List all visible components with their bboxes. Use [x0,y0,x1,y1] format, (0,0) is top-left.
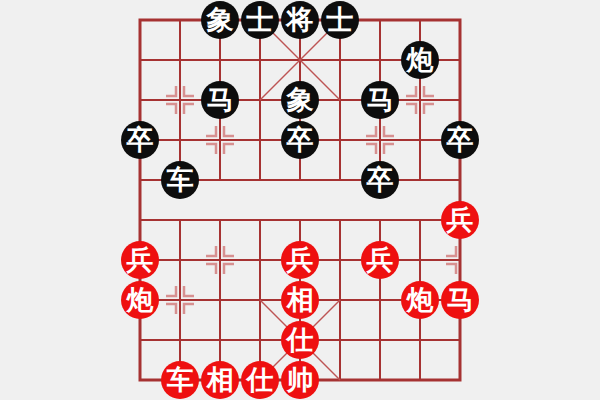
black-advisor[interactable]: 士 [241,1,279,39]
point-r1-c3[interactable] [240,40,280,80]
point-r8-c4[interactable]: 仕 [280,320,320,360]
black-elephant[interactable]: 象 [281,81,319,119]
black-advisor[interactable]: 士 [321,1,359,39]
black-soldier[interactable]: 卒 [121,121,159,159]
point-r2-c4[interactable]: 象 [280,80,320,120]
point-r1-c1[interactable] [160,40,200,80]
black-horse[interactable]: 马 [201,81,239,119]
point-r9-c1[interactable]: 车 [160,360,200,400]
point-r6-c4[interactable]: 兵 [280,240,320,280]
point-r4-c2[interactable] [200,160,240,200]
point-r0-c5[interactable]: 士 [320,0,360,40]
point-r7-c6[interactable] [360,280,400,320]
point-r5-c6[interactable] [360,200,400,240]
point-r3-c0[interactable]: 卒 [120,120,160,160]
point-r9-c4[interactable]: 帅 [280,360,320,400]
red-soldier[interactable]: 兵 [281,241,319,279]
point-r8-c6[interactable] [360,320,400,360]
black-soldier[interactable]: 卒 [281,121,319,159]
point-r5-c4[interactable] [280,200,320,240]
red-advisor[interactable]: 仕 [281,321,319,359]
point-r6-c5[interactable] [320,240,360,280]
point-r4-c8[interactable] [440,160,480,200]
point-r7-c2[interactable] [200,280,240,320]
point-r6-c0[interactable]: 兵 [120,240,160,280]
black-chariot[interactable]: 车 [161,161,199,199]
red-horse[interactable]: 马 [441,281,479,319]
black-soldier[interactable]: 卒 [361,161,399,199]
point-r5-c1[interactable] [160,200,200,240]
black-soldier[interactable]: 卒 [441,121,479,159]
point-r3-c5[interactable] [320,120,360,160]
point-r8-c8[interactable] [440,320,480,360]
point-r3-c3[interactable] [240,120,280,160]
black-horse[interactable]: 马 [361,81,399,119]
point-r7-c3[interactable] [240,280,280,320]
point-r3-c2[interactable] [200,120,240,160]
red-cannon[interactable]: 炮 [121,281,159,319]
point-r4-c4[interactable] [280,160,320,200]
point-r1-c0[interactable] [120,40,160,80]
point-r4-c7[interactable] [400,160,440,200]
black-elephant[interactable]: 象 [201,1,239,39]
point-r9-c7[interactable] [400,360,440,400]
point-r2-c5[interactable] [320,80,360,120]
black-general[interactable]: 将 [281,1,319,39]
red-cannon[interactable]: 炮 [401,281,439,319]
point-r8-c1[interactable] [160,320,200,360]
point-r7-c4[interactable]: 相 [280,280,320,320]
point-r3-c1[interactable] [160,120,200,160]
point-r5-c8[interactable]: 兵 [440,200,480,240]
point-r8-c3[interactable] [240,320,280,360]
point-r4-c1[interactable]: 车 [160,160,200,200]
red-soldier[interactable]: 兵 [441,201,479,239]
point-r0-c6[interactable] [360,0,400,40]
point-r0-c7[interactable] [400,0,440,40]
point-r9-c2[interactable]: 相 [200,360,240,400]
point-r4-c5[interactable] [320,160,360,200]
point-r1-c8[interactable] [440,40,480,80]
point-r7-c8[interactable]: 马 [440,280,480,320]
point-r1-c5[interactable] [320,40,360,80]
point-r7-c0[interactable]: 炮 [120,280,160,320]
xiangqi-board-grid: 象士将士炮马象马卒卒卒车卒兵兵兵兵炮相炮马仕车相仕帅 [120,0,480,400]
point-r3-c4[interactable]: 卒 [280,120,320,160]
point-r1-c4[interactable] [280,40,320,80]
point-r2-c8[interactable] [440,80,480,120]
point-r2-c0[interactable] [120,80,160,120]
point-r5-c7[interactable] [400,200,440,240]
point-r3-c8[interactable]: 卒 [440,120,480,160]
point-r8-c5[interactable] [320,320,360,360]
red-elephant[interactable]: 相 [201,361,239,399]
point-r5-c3[interactable] [240,200,280,240]
point-r4-c6[interactable]: 卒 [360,160,400,200]
point-r2-c6[interactable]: 马 [360,80,400,120]
red-elephant[interactable]: 相 [281,281,319,319]
point-r5-c0[interactable] [120,200,160,240]
point-r6-c7[interactable] [400,240,440,280]
point-r9-c0[interactable] [120,360,160,400]
red-soldier[interactable]: 兵 [121,241,159,279]
point-r6-c2[interactable] [200,240,240,280]
point-r8-c0[interactable] [120,320,160,360]
point-r6-c1[interactable] [160,240,200,280]
point-r4-c3[interactable] [240,160,280,200]
black-cannon[interactable]: 炮 [401,41,439,79]
point-r9-c6[interactable] [360,360,400,400]
red-chariot[interactable]: 车 [161,361,199,399]
point-r0-c4[interactable]: 将 [280,0,320,40]
point-r0-c8[interactable] [440,0,480,40]
point-r6-c3[interactable] [240,240,280,280]
point-r6-c6[interactable]: 兵 [360,240,400,280]
point-r7-c5[interactable] [320,280,360,320]
point-r0-c1[interactable] [160,0,200,40]
point-r3-c7[interactable] [400,120,440,160]
point-r5-c5[interactable] [320,200,360,240]
red-soldier[interactable]: 兵 [361,241,399,279]
point-r0-c0[interactable] [120,0,160,40]
point-r8-c2[interactable] [200,320,240,360]
point-r2-c1[interactable] [160,80,200,120]
point-r9-c5[interactable] [320,360,360,400]
point-r9-c3[interactable]: 仕 [240,360,280,400]
point-r7-c1[interactable] [160,280,200,320]
point-r4-c0[interactable] [120,160,160,200]
xiangqi-app-screen: 象士将士炮马象马卒卒卒车卒兵兵兵兵炮相炮马仕车相仕帅 [0,0,600,400]
point-r1-c2[interactable] [200,40,240,80]
red-general[interactable]: 帅 [281,361,319,399]
point-r7-c7[interactable]: 炮 [400,280,440,320]
point-r3-c6[interactable] [360,120,400,160]
point-r6-c8[interactable] [440,240,480,280]
point-r1-c6[interactable] [360,40,400,80]
point-r2-c7[interactable] [400,80,440,120]
point-r1-c7[interactable]: 炮 [400,40,440,80]
point-r5-c2[interactable] [200,200,240,240]
point-r9-c8[interactable] [440,360,480,400]
red-advisor[interactable]: 仕 [241,361,279,399]
point-r0-c2[interactable]: 象 [200,0,240,40]
point-r2-c3[interactable] [240,80,280,120]
point-r8-c7[interactable] [400,320,440,360]
point-r2-c2[interactable]: 马 [200,80,240,120]
point-r0-c3[interactable]: 士 [240,0,280,40]
